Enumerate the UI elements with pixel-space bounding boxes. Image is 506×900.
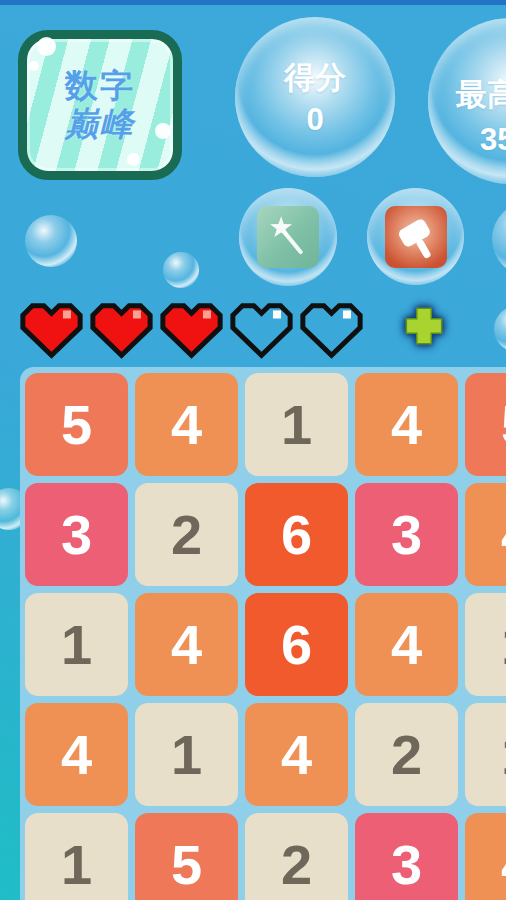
tile[interactable]: 5	[135, 813, 238, 900]
bubble-icon	[494, 306, 506, 352]
tile[interactable]: 1	[25, 813, 128, 900]
tile[interactable]: 1	[465, 593, 506, 696]
tile[interactable]: 3	[355, 813, 458, 900]
hammer-icon	[385, 206, 447, 268]
hammer-button[interactable]	[367, 188, 464, 285]
top-accent-bar	[0, 0, 506, 5]
best-label: 最高	[456, 74, 506, 116]
tile[interactable]: 2	[245, 813, 348, 900]
best-value: 35	[480, 122, 506, 158]
tile[interactable]: 4	[355, 593, 458, 696]
score-label: 得分	[284, 57, 346, 99]
best-score-bubble: 最高 35	[428, 18, 506, 184]
heart-empty-icon	[230, 302, 293, 363]
bubble-icon	[163, 252, 199, 288]
tile[interactable]: 5	[465, 373, 506, 476]
tile[interactable]: 4	[25, 703, 128, 806]
bubble-icon	[25, 215, 77, 267]
logo-title-line1: 数字	[65, 67, 135, 105]
tile[interactable]: 4	[135, 593, 238, 696]
bubble-icon	[492, 202, 506, 276]
tile[interactable]: 1	[135, 703, 238, 806]
tile[interactable]: 5	[25, 373, 128, 476]
tile[interactable]: 6	[245, 483, 348, 586]
tile[interactable]: 2	[355, 703, 458, 806]
tile[interactable]: 4	[465, 813, 506, 900]
score-bubble: 得分 0	[235, 17, 395, 177]
tile[interactable]: 1	[465, 703, 506, 806]
app-logo: 数字 巅峰	[18, 30, 182, 180]
tile[interactable]: 3	[25, 483, 128, 586]
tile[interactable]: 4	[465, 483, 506, 586]
tile[interactable]: 1	[245, 373, 348, 476]
tile[interactable]: 1	[25, 593, 128, 696]
plus-icon	[399, 301, 449, 351]
tile[interactable]: 2	[135, 483, 238, 586]
magic-wand-button[interactable]	[239, 188, 337, 286]
heart-empty-icon	[300, 302, 363, 363]
tile[interactable]: 3	[355, 483, 458, 586]
game-screen: 数字 巅峰 得分 0 最高 35	[0, 0, 506, 900]
add-life-button[interactable]	[399, 301, 449, 351]
heart-filled-icon	[90, 302, 153, 363]
tile[interactable]: 4	[355, 373, 458, 476]
logo-title-line2: 巅峰	[65, 105, 135, 143]
lives-row	[20, 302, 363, 363]
heart-filled-icon	[160, 302, 223, 363]
tile[interactable]: 6	[245, 593, 348, 696]
score-value: 0	[306, 102, 323, 138]
tile[interactable]: 4	[135, 373, 238, 476]
tile-grid: 5414532634146414142115234	[25, 373, 506, 900]
magic-wand-icon	[257, 206, 319, 268]
tile[interactable]: 4	[245, 703, 348, 806]
heart-filled-icon	[20, 302, 83, 363]
